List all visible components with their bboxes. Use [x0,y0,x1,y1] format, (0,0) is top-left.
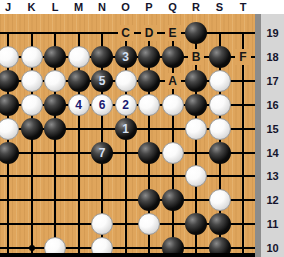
stone-black-N18 [91,46,113,68]
stone-white-J15 [0,118,19,140]
row-label-17: 17 [261,73,284,89]
stone-black-J17 [0,70,19,92]
stone-white-O17 [115,70,137,92]
stone-black-R17 [185,70,207,92]
stone-white-R15 [185,118,207,140]
stone-white-S15 [209,118,231,140]
column-label-R: R [188,0,204,14]
marker-dash [172,41,174,45]
stone-white-K18 [21,46,43,68]
stone-black-M17 [68,70,90,92]
marker-dash [161,80,165,82]
stone-black-N17-move-5: 5 [91,70,113,92]
marker-dash [195,65,197,69]
stone-black-O18-move-3: 3 [115,46,137,68]
column-label-S: S [212,0,228,14]
star-point-K10 [29,245,35,251]
go-diagram-screenshot: CDEBFA3517462 JKLMNOPQRST 19181716151413… [0,0,284,257]
stone-black-J14 [0,142,19,164]
stone-white-Q14 [162,142,184,164]
row-label-16: 16 [261,97,284,113]
letter-marker-D: D [141,25,157,41]
marker-dash [181,80,185,82]
marker-dash [172,69,174,73]
stone-white-K17 [21,70,43,92]
column-label-P: P [141,0,157,14]
stone-black-P18 [138,46,160,68]
bottom-crop-border [0,253,255,257]
row-label-18: 18 [261,49,284,65]
stone-white-J18 [0,46,19,68]
stone-black-R11 [185,213,207,235]
row-labels-strip: 19181716151413121110 [261,14,284,257]
column-label-Q: Q [165,0,181,14]
letter-marker-B: B [188,49,204,65]
column-label-L: L [47,0,63,14]
marker-dash [137,32,141,34]
letter-marker-E: E [165,25,181,41]
stone-white-Q16 [162,94,184,116]
marker-dash [172,89,174,93]
stone-black-Q18 [162,46,184,68]
stone-black-S18 [209,46,231,68]
letter-marker-F: F [235,49,251,65]
column-label-O: O [118,0,134,14]
row-label-11: 11 [261,216,284,232]
stone-black-K15 [21,118,43,140]
stone-white-K16 [21,94,43,116]
stone-black-P12 [138,189,160,211]
row-label-12: 12 [261,192,284,208]
marker-dash [242,45,244,49]
column-label-M: M [71,0,87,14]
stone-black-S14 [209,142,231,164]
marker-dash [195,45,197,49]
stone-black-Q12 [162,189,184,211]
stone-white-S16 [209,94,231,116]
row-label-14: 14 [261,145,284,161]
stone-white-O16-move-2: 2 [115,94,137,116]
stone-black-R16 [185,94,207,116]
marker-dash [181,32,185,34]
grid-line-row-13 [0,175,255,177]
stone-black-O15-move-1: 1 [115,118,137,140]
stone-black-J16 [0,94,19,116]
column-label-J: J [0,0,16,14]
marker-dash [114,32,118,34]
stone-black-N14-move-7: 7 [91,142,113,164]
stone-white-N10 [91,237,113,253]
marker-dash [148,41,150,45]
stone-white-M18 [68,46,90,68]
stone-black-P17 [138,70,160,92]
stone-white-S12 [209,189,231,211]
stone-black-R19 [185,22,207,44]
column-label-K: K [24,0,40,14]
column-label-N: N [94,0,110,14]
stone-white-P11 [138,213,160,235]
stone-white-L17 [44,70,66,92]
letter-marker-C: C [118,25,134,41]
stone-black-L16 [44,94,66,116]
marker-dash [161,32,165,34]
row-label-15: 15 [261,121,284,137]
row-label-10: 10 [261,240,284,256]
stone-white-M16-move-4: 4 [68,94,90,116]
column-label-T: T [235,0,251,14]
row-label-19: 19 [261,25,284,41]
stone-black-S10 [209,237,231,253]
stone-white-L10 [44,237,66,253]
stone-black-P14 [138,142,160,164]
stone-white-R13 [185,165,207,187]
marker-dash [204,56,208,58]
row-label-13: 13 [261,168,284,184]
column-labels-strip: JKLMNOPQRST [0,0,284,14]
stone-white-N16-move-6: 6 [91,94,113,116]
stone-white-P16 [138,94,160,116]
stone-black-L15 [44,118,66,140]
stone-white-S17 [209,70,231,92]
marker-dash [184,56,188,58]
marker-dash [231,56,235,58]
stone-white-N11 [91,213,113,235]
marker-dash [125,41,127,45]
go-board[interactable]: CDEBFA3517462 [0,14,255,253]
marker-dash [242,65,244,69]
stone-black-Q10 [162,237,184,253]
letter-marker-A: A [165,73,181,89]
stone-black-L18 [44,46,66,68]
stone-black-S11 [209,213,231,235]
